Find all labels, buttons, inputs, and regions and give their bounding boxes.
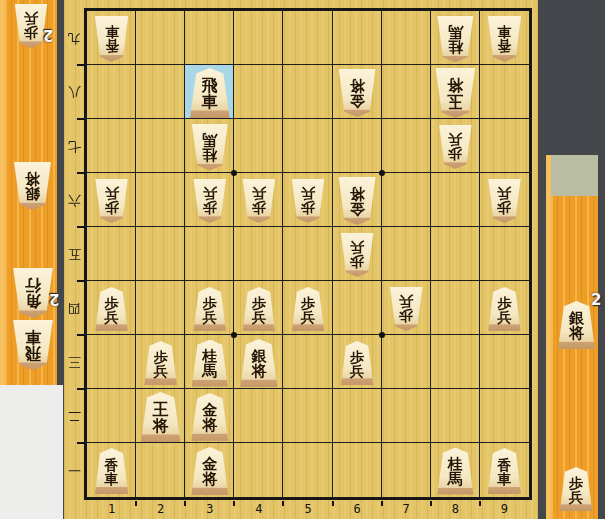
square-52[interactable]	[283, 389, 332, 443]
square-61[interactable]	[333, 443, 382, 497]
square-13[interactable]	[87, 335, 136, 389]
square-82[interactable]	[431, 389, 480, 443]
square-69[interactable]	[333, 11, 382, 65]
rank-label-3: 三	[64, 335, 84, 389]
rank-tick	[77, 226, 84, 228]
file-label-5: 5	[283, 502, 332, 516]
square-84[interactable]	[431, 281, 480, 335]
square-58[interactable]	[283, 65, 332, 119]
square-28[interactable]	[136, 65, 185, 119]
square-21[interactable]	[136, 443, 185, 497]
square-29[interactable]	[136, 11, 185, 65]
square-49[interactable]	[234, 11, 283, 65]
square-93[interactable]	[480, 335, 529, 389]
shogi-piece-歩兵[interactable]: 歩兵	[558, 467, 594, 511]
file-tick	[479, 501, 481, 506]
square-79[interactable]	[382, 11, 431, 65]
hoshi-dot	[379, 332, 385, 338]
rank-label-1: 一	[64, 443, 84, 497]
file-tick	[135, 501, 137, 506]
shogi-board: 香車桂馬香車金将玉将桂馬歩兵歩兵歩兵歩兵歩兵金将歩兵歩兵歩兵飛車歩兵歩兵歩兵歩兵…	[84, 8, 532, 500]
board-panel: 香車桂馬香車金将玉将桂馬歩兵歩兵歩兵歩兵歩兵金将歩兵歩兵歩兵飛車歩兵歩兵歩兵歩兵…	[64, 0, 538, 519]
file-tick	[282, 501, 284, 506]
square-48[interactable]	[234, 65, 283, 119]
rank-tick	[77, 64, 84, 66]
square-55[interactable]	[283, 227, 332, 281]
square-83[interactable]	[431, 335, 480, 389]
square-47[interactable]	[234, 119, 283, 173]
file-tick	[233, 501, 235, 506]
square-98[interactable]	[480, 65, 529, 119]
square-64[interactable]	[333, 281, 382, 335]
rank-label-2: 二	[64, 389, 84, 443]
square-53[interactable]	[283, 335, 332, 389]
file-tick	[184, 501, 186, 506]
rank-label-4: 四	[64, 281, 84, 335]
shogi-app: 歩兵2銀将角行2飛車 香車桂馬香車金将玉将桂馬歩兵歩兵歩兵歩兵歩兵金将歩兵歩兵歩…	[0, 0, 605, 519]
file-tick	[381, 501, 383, 506]
square-35[interactable]	[185, 227, 234, 281]
rank-tick	[77, 388, 84, 390]
square-97[interactable]	[480, 119, 529, 173]
square-57[interactable]	[283, 119, 332, 173]
rank-label-8: 八	[64, 65, 84, 119]
file-label-4: 4	[234, 502, 283, 516]
file-label-6: 6	[333, 502, 382, 516]
square-95[interactable]	[480, 227, 529, 281]
square-72[interactable]	[382, 389, 431, 443]
file-label-2: 2	[136, 502, 185, 516]
rank-label-7: 七	[64, 119, 84, 173]
square-17[interactable]	[87, 119, 136, 173]
file-tick	[430, 501, 432, 506]
file-label-9: 9	[480, 502, 529, 516]
square-77[interactable]	[382, 119, 431, 173]
square-26[interactable]	[136, 173, 185, 227]
square-86[interactable]	[431, 173, 480, 227]
file-label-7: 7	[382, 502, 431, 516]
square-76[interactable]	[382, 173, 431, 227]
file-tick	[332, 501, 334, 506]
file-label-3: 3	[185, 502, 234, 516]
captured-count: 2	[591, 291, 601, 309]
square-59[interactable]	[283, 11, 332, 65]
file-label-1: 1	[87, 502, 136, 516]
hoshi-dot	[379, 170, 385, 176]
square-18[interactable]	[87, 65, 136, 119]
right-captured-tray: 銀将2歩兵	[546, 155, 598, 519]
square-78[interactable]	[382, 65, 431, 119]
square-27[interactable]	[136, 119, 185, 173]
shogi-piece-銀将[interactable]: 銀将	[12, 162, 53, 210]
rank-tick	[77, 172, 84, 174]
square-25[interactable]	[136, 227, 185, 281]
captured-count: 2	[43, 26, 53, 44]
left-captured-tray: 歩兵2銀将角行2飛車	[0, 0, 57, 385]
empty-corner	[0, 385, 63, 519]
square-67[interactable]	[333, 119, 382, 173]
square-41[interactable]	[234, 443, 283, 497]
file-label-8: 8	[431, 502, 480, 516]
captured-count: 2	[49, 290, 59, 308]
square-51[interactable]	[283, 443, 332, 497]
square-71[interactable]	[382, 443, 431, 497]
square-75[interactable]	[382, 227, 431, 281]
rank-label-9: 九	[64, 11, 84, 65]
rank-label-5: 五	[64, 227, 84, 281]
square-39[interactable]	[185, 11, 234, 65]
tray-gray-block	[551, 155, 598, 196]
square-73[interactable]	[382, 335, 431, 389]
square-45[interactable]	[234, 227, 283, 281]
rank-label-6: 六	[64, 173, 84, 227]
rank-tick	[77, 280, 84, 282]
rank-tick	[77, 118, 84, 120]
square-24[interactable]	[136, 281, 185, 335]
square-62[interactable]	[333, 389, 382, 443]
rank-tick	[77, 442, 84, 444]
shogi-piece-飛車[interactable]: 飛車	[11, 320, 55, 370]
square-12[interactable]	[87, 389, 136, 443]
rank-tick	[77, 334, 84, 336]
square-42[interactable]	[234, 389, 283, 443]
square-15[interactable]	[87, 227, 136, 281]
square-92[interactable]	[480, 389, 529, 443]
square-85[interactable]	[431, 227, 480, 281]
